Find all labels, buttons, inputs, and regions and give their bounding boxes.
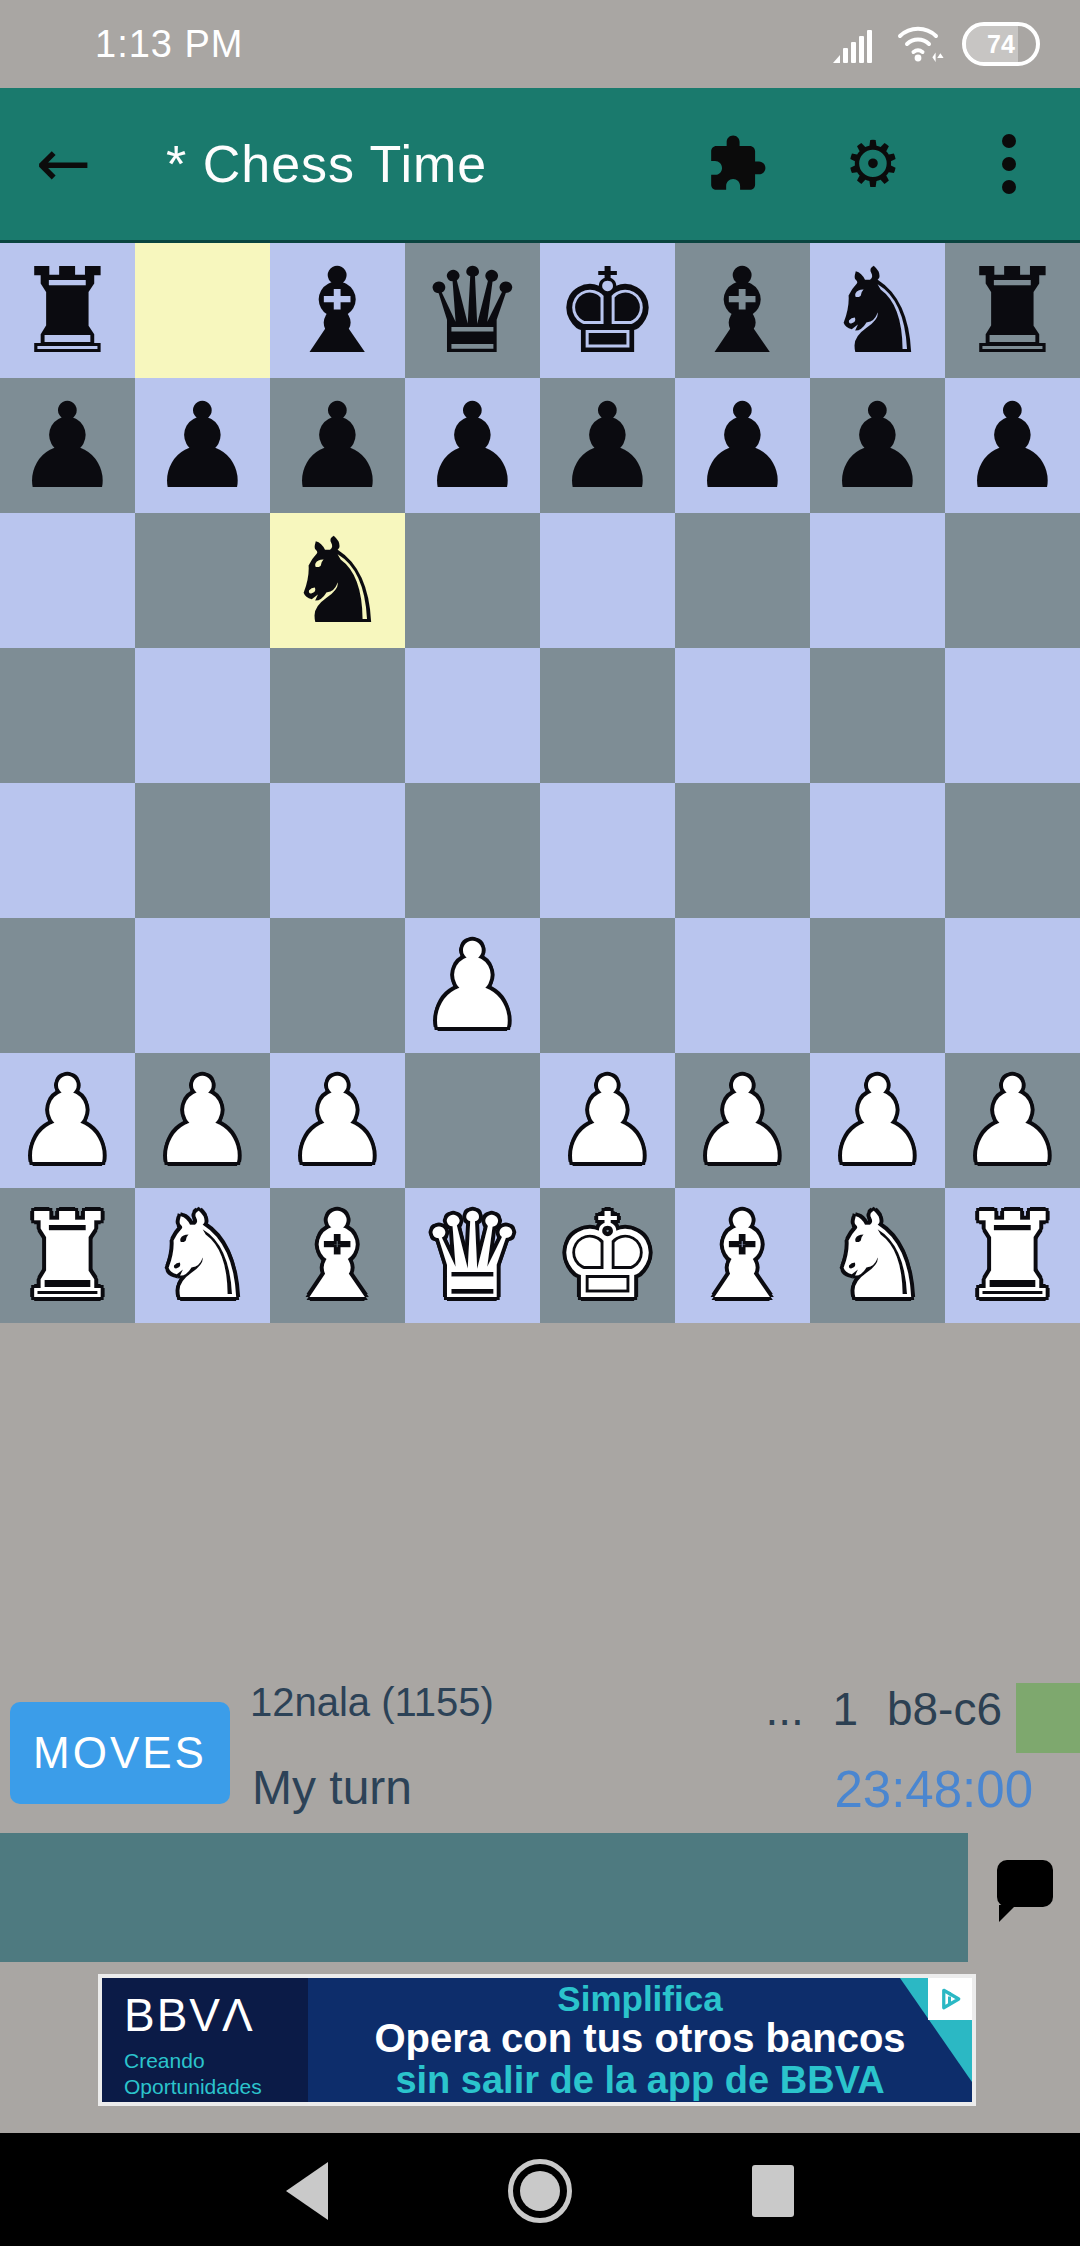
opponent-name: 12nala (1155) [250,1680,494,1725]
square-c3[interactable] [270,918,405,1053]
white-pawn-e2: ♟ [555,1056,661,1186]
white-knight-g1: ♞ [825,1191,931,1321]
square-g3[interactable] [810,918,945,1053]
battery-icon: 74 [962,22,1040,66]
white-pawn-h2: ♟ [960,1056,1066,1186]
nav-recents-icon[interactable] [752,2165,794,2217]
nav-back-icon[interactable] [286,2162,328,2220]
white-rook-a1: ♜ [15,1191,121,1321]
white-bishop-f1: ♝ [690,1191,796,1321]
white-queen-d1: ♛ [420,1191,526,1321]
ad-brand-panel: BBVΛ Creando Oportunidades [102,1978,308,2102]
square-g6[interactable] [810,513,945,648]
square-f6[interactable] [675,513,810,648]
square-a8[interactable]: ♜ [0,243,135,378]
black-pawn-g7: ♟ [825,381,931,511]
square-g2[interactable]: ♟ [810,1053,945,1188]
ad-headline: Simplifica [557,1980,722,2017]
ad-tagline-line2: Oportunidades [124,2074,308,2100]
white-pawn-d3: ♟ [420,921,526,1051]
square-d6[interactable] [405,513,540,648]
clock-time-text: 1:13 PM [95,23,244,66]
chat-bubble-icon[interactable] [997,1860,1053,1907]
square-b1[interactable]: ♞ [135,1188,270,1323]
square-h4[interactable] [945,783,1080,918]
square-e7[interactable]: ♟ [540,378,675,513]
square-e4[interactable] [540,783,675,918]
nav-home-icon[interactable] [508,2159,572,2223]
square-h1[interactable]: ♜ [945,1188,1080,1323]
black-knight-g8: ♞ [825,246,931,376]
square-a5[interactable] [0,648,135,783]
square-c2[interactable]: ♟ [270,1053,405,1188]
signal-strength-icon [832,24,878,64]
square-b7[interactable]: ♟ [135,378,270,513]
square-f3[interactable] [675,918,810,1053]
move-indicator-badge [1016,1683,1080,1753]
square-e1[interactable]: ♚ [540,1188,675,1323]
square-d8[interactable]: ♛ [405,243,540,378]
square-a7[interactable]: ♟ [0,378,135,513]
black-pawn-d7: ♟ [420,381,526,511]
black-pawn-h7: ♟ [960,381,1066,511]
chess-app-screen: 1:13 PM [0,0,1080,2246]
square-e5[interactable] [540,648,675,783]
back-arrow-icon: ← [36,125,91,202]
ad-line3: sin salir de la app de BBVA [395,2060,884,2100]
status-bar: 1:13 PM [0,0,1080,88]
square-d3[interactable]: ♟ [405,918,540,1053]
white-pawn-c2: ♟ [285,1056,391,1186]
square-f2[interactable]: ♟ [675,1053,810,1188]
white-pawn-b2: ♟ [150,1056,256,1186]
white-pawn-f2: ♟ [690,1056,796,1186]
square-f4[interactable] [675,783,810,918]
square-e8[interactable]: ♚ [540,243,675,378]
settings-button[interactable]: ⚙ [838,129,908,199]
white-rook-h1: ♜ [960,1191,1066,1321]
black-rook-h8: ♜ [960,246,1066,376]
square-h2[interactable]: ♟ [945,1053,1080,1188]
moves-panel: MOVES 12nala (1155) My turn ... 1 b8-c6 … [0,1660,1080,1830]
chess-board: ♜♝♛♚♝♞♜♟♟♟♟♟♟♟♟♞♟♟♟♟♟♟♟♟♜♞♝♛♚♝♞♜ [0,243,1080,1323]
square-d1[interactable]: ♛ [405,1188,540,1323]
square-h3[interactable] [945,918,1080,1053]
square-h8[interactable]: ♜ [945,243,1080,378]
black-rook-a8: ♜ [15,246,121,376]
bbva-logo: BBVΛ [124,1988,308,2042]
ad-line2: Opera con tus otros bancos [374,2017,905,2059]
square-d4[interactable] [405,783,540,918]
square-a6[interactable] [0,513,135,648]
black-bishop-f8: ♝ [690,246,796,376]
ad-message-panel: Simplifica Opera con tus otros bancos si… [308,1978,972,2102]
puzzle-button[interactable] [702,129,772,199]
board-bottom-spacer [0,1323,1080,1660]
square-g7[interactable]: ♟ [810,378,945,513]
square-b8[interactable] [135,243,270,378]
square-f5[interactable] [675,648,810,783]
white-bishop-c1: ♝ [285,1191,391,1321]
square-h6[interactable] [945,513,1080,648]
moves-button[interactable]: MOVES [10,1702,230,1804]
square-d5[interactable] [405,648,540,783]
back-button[interactable]: ← [36,131,136,197]
square-a1[interactable]: ♜ [0,1188,135,1323]
turn-status-text: My turn [252,1760,412,1815]
chat-row [0,1833,1080,1965]
black-pawn-e7: ♟ [555,381,661,511]
square-c6[interactable]: ♞ [270,513,405,648]
white-pawn-a2: ♟ [15,1056,121,1186]
square-h7[interactable]: ♟ [945,378,1080,513]
square-g1[interactable]: ♞ [810,1188,945,1323]
square-c7[interactable]: ♟ [270,378,405,513]
ad-banner[interactable]: BBVΛ Creando Oportunidades Simplifica Op… [98,1974,976,2106]
square-h5[interactable] [945,648,1080,783]
black-bishop-c8: ♝ [285,246,391,376]
black-pawn-b7: ♟ [150,381,256,511]
battery-percent-text: 74 [987,30,1015,59]
black-pawn-f7: ♟ [690,381,796,511]
square-b5[interactable] [135,648,270,783]
gear-icon: ⚙ [844,127,901,201]
square-b4[interactable] [135,783,270,918]
square-f1[interactable]: ♝ [675,1188,810,1323]
android-nav-bar [0,2133,1080,2246]
page-title: * Chess Time [166,134,487,194]
last-move-text: ... 1 b8-c6 [765,1682,1002,1736]
chat-input-area[interactable] [0,1833,968,1962]
square-f7[interactable]: ♟ [675,378,810,513]
ad-tagline-line1: Creando [124,2048,308,2074]
square-c1[interactable]: ♝ [270,1188,405,1323]
white-king-e1: ♚ [555,1191,661,1321]
white-pawn-g2: ♟ [825,1056,931,1186]
square-e2[interactable]: ♟ [540,1053,675,1188]
square-e6[interactable] [540,513,675,648]
three-dot-menu-icon [1002,134,1016,194]
square-c5[interactable] [270,648,405,783]
square-b6[interactable] [135,513,270,648]
adchoices-icon[interactable] [928,1978,972,2020]
wifi-icon [894,22,946,66]
overflow-menu-button[interactable] [974,129,1044,199]
app-bar: ← * Chess Time ⚙ [0,88,1080,243]
square-g5[interactable] [810,648,945,783]
square-e3[interactable] [540,918,675,1053]
square-g4[interactable] [810,783,945,918]
square-d7[interactable]: ♟ [405,378,540,513]
square-g8[interactable]: ♞ [810,243,945,378]
black-pawn-c7: ♟ [285,381,391,511]
square-a4[interactable] [0,783,135,918]
black-queen-d8: ♛ [420,246,526,376]
square-b3[interactable] [135,918,270,1053]
game-clock-text: 23:48:00 [834,1760,1033,1819]
black-king-e8: ♚ [555,246,661,376]
square-a3[interactable] [0,918,135,1053]
puzzle-icon [706,133,768,195]
nav-gap [0,2106,1080,2133]
square-b2[interactable]: ♟ [135,1053,270,1188]
white-knight-b1: ♞ [150,1191,256,1321]
square-c4[interactable] [270,783,405,918]
black-pawn-a7: ♟ [15,381,121,511]
square-d2[interactable] [405,1053,540,1188]
square-c8[interactable]: ♝ [270,243,405,378]
black-knight-c6: ♞ [285,516,391,646]
square-f8[interactable]: ♝ [675,243,810,378]
square-a2[interactable]: ♟ [0,1053,135,1188]
